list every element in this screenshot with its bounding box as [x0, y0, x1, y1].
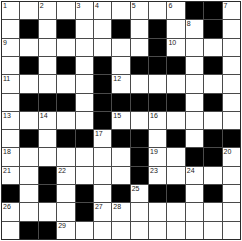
black-cell: [39, 167, 56, 184]
clue-number: 9: [3, 39, 7, 47]
black-cell: [20, 94, 37, 111]
clue-number: 6: [168, 2, 172, 10]
crossword-cell[interactable]: [131, 222, 148, 239]
crossword-cell[interactable]: [57, 75, 74, 92]
crossword-cell[interactable]: 11: [2, 75, 19, 92]
crossword-cell[interactable]: [76, 39, 93, 56]
crossword-cell[interactable]: [39, 20, 56, 37]
black-cell: [94, 57, 111, 74]
crossword-cell[interactable]: [20, 75, 37, 92]
crossword-cell[interactable]: [39, 148, 56, 165]
crossword-cell[interactable]: 14: [39, 112, 56, 129]
black-cell: [76, 185, 93, 202]
clue-number: 13: [3, 112, 11, 120]
clue-number: 15: [113, 112, 121, 120]
crossword-cell[interactable]: [149, 222, 166, 239]
crossword-cell[interactable]: [2, 57, 19, 74]
crossword-cell[interactable]: 7: [223, 2, 240, 19]
crossword-cell[interactable]: [2, 94, 19, 111]
black-cell: [149, 20, 166, 37]
black-cell: [76, 130, 93, 147]
crossword-cell[interactable]: 1: [2, 2, 19, 19]
crossword-cell[interactable]: [76, 20, 93, 37]
black-cell: [131, 130, 148, 147]
crossword-cell[interactable]: [76, 148, 93, 165]
crossword-cell[interactable]: 17: [94, 130, 111, 147]
black-cell: [20, 130, 37, 147]
clue-number: 20: [224, 148, 232, 156]
crossword-cell[interactable]: 12: [112, 75, 129, 92]
black-cell: [2, 185, 19, 202]
crossword-cell[interactable]: [149, 203, 166, 220]
black-cell: [167, 57, 184, 74]
clue-number: 5: [132, 2, 136, 10]
crossword-cell[interactable]: 9: [2, 39, 19, 56]
crossword-cell[interactable]: [20, 39, 37, 56]
clue-number: 18: [3, 148, 11, 156]
crossword-grid: 1234567891011121314151617181920212223242…: [1, 1, 241, 240]
crossword-cell[interactable]: [223, 222, 240, 239]
black-cell: [204, 2, 221, 19]
crossword-cell[interactable]: [204, 222, 221, 239]
clue-number: 12: [113, 75, 121, 83]
crossword-cell[interactable]: [94, 148, 111, 165]
crossword-cell[interactable]: 24: [186, 167, 203, 184]
clue-number: 24: [187, 167, 195, 175]
black-cell: [131, 94, 148, 111]
black-cell: [112, 94, 129, 111]
crossword-cell[interactable]: [20, 203, 37, 220]
crossword-cell[interactable]: 10: [167, 39, 184, 56]
crossword-cell[interactable]: [149, 75, 166, 92]
crossword-cell[interactable]: [20, 112, 37, 129]
crossword-cell[interactable]: [223, 20, 240, 37]
crossword-cell[interactable]: [186, 185, 203, 202]
crossword-cell[interactable]: [167, 167, 184, 184]
black-cell: [186, 2, 203, 19]
crossword-cell[interactable]: [204, 112, 221, 129]
crossword-cell[interactable]: [167, 203, 184, 220]
black-cell: [149, 94, 166, 111]
crossword-cell[interactable]: [223, 39, 240, 56]
black-cell: [204, 94, 221, 111]
crossword-cell[interactable]: [94, 222, 111, 239]
crossword-cell[interactable]: [167, 112, 184, 129]
crossword-cell[interactable]: [20, 2, 37, 19]
crossword-cell[interactable]: [204, 75, 221, 92]
crossword-cell[interactable]: [94, 39, 111, 56]
crossword-cell[interactable]: 2: [39, 2, 56, 19]
black-cell: [112, 185, 129, 202]
crossword-cell[interactable]: [167, 222, 184, 239]
black-cell: [149, 57, 166, 74]
crossword-cell[interactable]: [76, 167, 93, 184]
crossword-cell[interactable]: 4: [94, 2, 111, 19]
crossword-cell[interactable]: 13: [2, 112, 19, 129]
crossword-cell[interactable]: 15: [112, 112, 129, 129]
crossword-cell[interactable]: [223, 57, 240, 74]
black-cell: [223, 130, 240, 147]
crossword-cell[interactable]: 28: [112, 203, 129, 220]
crossword-cell[interactable]: [94, 185, 111, 202]
crossword-cell[interactable]: [57, 148, 74, 165]
black-cell: [20, 222, 37, 239]
black-cell: [131, 57, 148, 74]
clue-number: 29: [58, 222, 66, 230]
black-cell: [39, 94, 56, 111]
crossword-cell[interactable]: [186, 130, 203, 147]
crossword-cell[interactable]: [94, 167, 111, 184]
black-cell: [186, 148, 203, 165]
black-cell: [167, 130, 184, 147]
crossword-cell[interactable]: [112, 148, 129, 165]
crossword-cell[interactable]: [94, 20, 111, 37]
clue-number: 23: [150, 167, 158, 175]
crossword-cell[interactable]: [167, 20, 184, 37]
black-cell: [94, 75, 111, 92]
crossword-cell[interactable]: [223, 203, 240, 220]
crossword-cell[interactable]: 3: [76, 2, 93, 19]
crossword-cell[interactable]: [223, 75, 240, 92]
crossword-cell[interactable]: [223, 167, 240, 184]
crossword-cell[interactable]: [131, 20, 148, 37]
crossword-cell[interactable]: [39, 57, 56, 74]
crossword-cell[interactable]: [76, 75, 93, 92]
crossword-cell[interactable]: [76, 94, 93, 111]
black-cell: [112, 20, 129, 37]
black-cell: [131, 167, 148, 184]
black-cell: [204, 20, 221, 37]
clue-number: 28: [113, 203, 121, 211]
crossword-cell[interactable]: [39, 203, 56, 220]
clue-number: 25: [132, 185, 140, 193]
crossword-cell[interactable]: [57, 39, 74, 56]
black-cell: [149, 185, 166, 202]
crossword-cell[interactable]: 22: [57, 167, 74, 184]
crossword-cell[interactable]: [39, 75, 56, 92]
crossword-cell[interactable]: [57, 203, 74, 220]
clue-number: 2: [40, 2, 44, 10]
black-cell: [57, 130, 74, 147]
crossword-cell[interactable]: 5: [131, 2, 148, 19]
crossword-cell[interactable]: [39, 39, 56, 56]
black-cell: [57, 94, 74, 111]
crossword-cell[interactable]: [186, 222, 203, 239]
crossword-cell[interactable]: [167, 148, 184, 165]
crossword-cell[interactable]: [57, 185, 74, 202]
crossword-cell[interactable]: [223, 185, 240, 202]
crossword-cell[interactable]: [76, 112, 93, 129]
crossword-cell[interactable]: [112, 39, 129, 56]
crossword-cell[interactable]: [2, 222, 19, 239]
crossword-cell[interactable]: [186, 75, 203, 92]
black-cell: [204, 57, 221, 74]
clue-number: 11: [3, 75, 10, 83]
crossword-cell[interactable]: [204, 203, 221, 220]
black-cell: [20, 57, 37, 74]
crossword-cell[interactable]: 6: [167, 2, 184, 19]
crossword-cell[interactable]: 29: [57, 222, 74, 239]
crossword-cell[interactable]: [204, 167, 221, 184]
crossword-cell[interactable]: [20, 167, 37, 184]
crossword-cell[interactable]: 8: [186, 20, 203, 37]
clue-number: 21: [3, 167, 11, 175]
crossword-cell[interactable]: 25: [131, 185, 148, 202]
crossword-cell[interactable]: [131, 75, 148, 92]
crossword-cell[interactable]: 16: [149, 112, 166, 129]
black-cell: [204, 148, 221, 165]
crossword-cell[interactable]: [131, 112, 148, 129]
crossword-cell[interactable]: [76, 57, 93, 74]
crossword-cell[interactable]: [112, 57, 129, 74]
crossword-cell[interactable]: [223, 94, 240, 111]
crossword-cell[interactable]: [2, 20, 19, 37]
crossword-cell[interactable]: [223, 112, 240, 129]
crossword-cell[interactable]: [57, 112, 74, 129]
clue-number: 7: [224, 2, 228, 10]
crossword-cell[interactable]: 26: [2, 203, 19, 220]
black-cell: [57, 57, 74, 74]
clue-number: 26: [3, 203, 11, 211]
crossword-cell[interactable]: [112, 167, 129, 184]
clue-number: 17: [95, 130, 103, 138]
crossword-cell[interactable]: [39, 130, 56, 147]
black-cell: [57, 20, 74, 37]
crossword-cell[interactable]: [131, 39, 148, 56]
crossword-cell[interactable]: [131, 203, 148, 220]
clue-number: 8: [187, 20, 191, 28]
crossword-cell[interactable]: 19: [149, 148, 166, 165]
crossword-cell[interactable]: [204, 39, 221, 56]
black-cell: [112, 130, 129, 147]
crossword-cell[interactable]: [186, 39, 203, 56]
clue-number: 4: [95, 2, 99, 10]
black-cell: [204, 130, 221, 147]
black-cell: [204, 185, 221, 202]
crossword-cell[interactable]: [186, 94, 203, 111]
crossword-cell[interactable]: [186, 112, 203, 129]
crossword-cell[interactable]: [112, 222, 129, 239]
clue-number: 22: [58, 167, 66, 175]
crossword-board: 1234567891011121314151617181920212223242…: [0, 1, 242, 241]
black-cell: [76, 203, 93, 220]
clue-number: 27: [95, 203, 103, 211]
crossword-cell[interactable]: [167, 75, 184, 92]
black-cell: [149, 39, 166, 56]
black-cell: [131, 148, 148, 165]
crossword-cell[interactable]: [57, 2, 74, 19]
crossword-cell[interactable]: 21: [2, 167, 19, 184]
crossword-cell[interactable]: 27: [94, 203, 111, 220]
black-cell: [39, 185, 56, 202]
crossword-cell[interactable]: [186, 203, 203, 220]
crossword-cell[interactable]: 20: [223, 148, 240, 165]
crossword-cell[interactable]: [2, 130, 19, 147]
crossword-cell[interactable]: 18: [2, 148, 19, 165]
black-cell: [167, 185, 184, 202]
black-cell: [167, 94, 184, 111]
crossword-cell[interactable]: [20, 148, 37, 165]
crossword-cell[interactable]: [112, 2, 129, 19]
black-cell: [39, 222, 56, 239]
crossword-cell[interactable]: [20, 185, 37, 202]
clue-number: 10: [168, 39, 176, 47]
crossword-cell[interactable]: 23: [149, 167, 166, 184]
crossword-cell[interactable]: [149, 130, 166, 147]
crossword-cell[interactable]: [149, 2, 166, 19]
black-cell: [94, 112, 111, 129]
crossword-cell[interactable]: [186, 57, 203, 74]
black-cell: [94, 94, 111, 111]
clue-number: 1: [3, 2, 7, 10]
crossword-cell[interactable]: [76, 222, 93, 239]
clue-number: 19: [150, 148, 158, 156]
clue-number: 3: [77, 2, 81, 10]
clue-number: 14: [40, 112, 48, 120]
clue-number: 16: [150, 112, 158, 120]
black-cell: [20, 20, 37, 37]
